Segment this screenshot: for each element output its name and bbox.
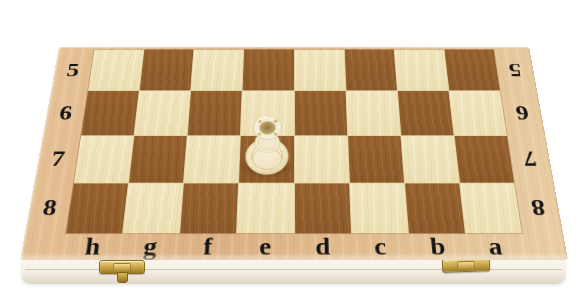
rank-label-rotated: 5 (507, 60, 522, 79)
square-a8[interactable] (460, 183, 522, 233)
square-g7[interactable] (129, 136, 187, 183)
square-a7[interactable] (454, 136, 514, 183)
square-e7[interactable] (239, 136, 293, 183)
square-b8[interactable] (405, 183, 465, 233)
file-label: a (487, 235, 504, 259)
square-h6[interactable] (81, 91, 138, 135)
rank-label: 8 (41, 196, 58, 220)
square-c6[interactable] (346, 91, 400, 135)
chess-board-half: 5 6 7 8 5 6 7 8 h g f e d c b a (20, 47, 568, 260)
rank-label: 5 (65, 60, 80, 79)
rank-label: 6 (58, 103, 74, 124)
square-f7[interactable] (184, 136, 240, 183)
box-front-face (21, 257, 566, 284)
file-label: c (374, 235, 387, 259)
square-b5[interactable] (394, 50, 448, 91)
square-b6[interactable] (398, 91, 454, 135)
square-f8[interactable] (180, 183, 238, 233)
square-d8[interactable] (294, 183, 350, 233)
rank-label-rotated: 7 (522, 148, 539, 170)
square-h5[interactable] (88, 50, 143, 91)
file-label: g (142, 235, 158, 259)
square-d6[interactable] (294, 91, 346, 135)
rank-label: 7 (50, 148, 67, 170)
square-h8[interactable] (66, 183, 128, 233)
file-label: b (429, 235, 446, 259)
checkerboard-grid (66, 50, 522, 234)
file-label: h (84, 235, 102, 259)
square-e8[interactable] (237, 183, 293, 233)
square-c5[interactable] (344, 50, 396, 91)
white-rook[interactable] (244, 108, 290, 179)
square-a5[interactable] (444, 50, 499, 91)
square-a6[interactable] (449, 91, 506, 135)
square-e5[interactable] (243, 50, 294, 91)
square-c8[interactable] (350, 183, 408, 233)
rank-label-rotated: 6 (514, 103, 530, 124)
square-d7[interactable] (294, 136, 348, 183)
file-label: e (259, 235, 271, 259)
square-h7[interactable] (74, 136, 134, 183)
file-label: d (315, 235, 330, 259)
square-g5[interactable] (140, 50, 194, 91)
rank-label-rotated: 8 (529, 196, 546, 220)
square-g6[interactable] (135, 91, 191, 135)
file-labels: h g f e d c b a (62, 233, 526, 260)
square-c7[interactable] (348, 136, 404, 183)
brass-clasp-left-icon (99, 260, 145, 274)
white-rook-icon (244, 108, 290, 179)
square-b7[interactable] (401, 136, 459, 183)
square-g8[interactable] (123, 183, 183, 233)
square-f5[interactable] (191, 50, 243, 91)
square-d5[interactable] (294, 50, 345, 91)
square-f6[interactable] (188, 91, 242, 135)
photo-stage: 5 6 7 8 5 6 7 8 h g f e d c b a (0, 0, 587, 300)
board-perspective-scene: 5 6 7 8 5 6 7 8 h g f e d c b a (20, 47, 568, 260)
file-label: f (203, 235, 213, 259)
